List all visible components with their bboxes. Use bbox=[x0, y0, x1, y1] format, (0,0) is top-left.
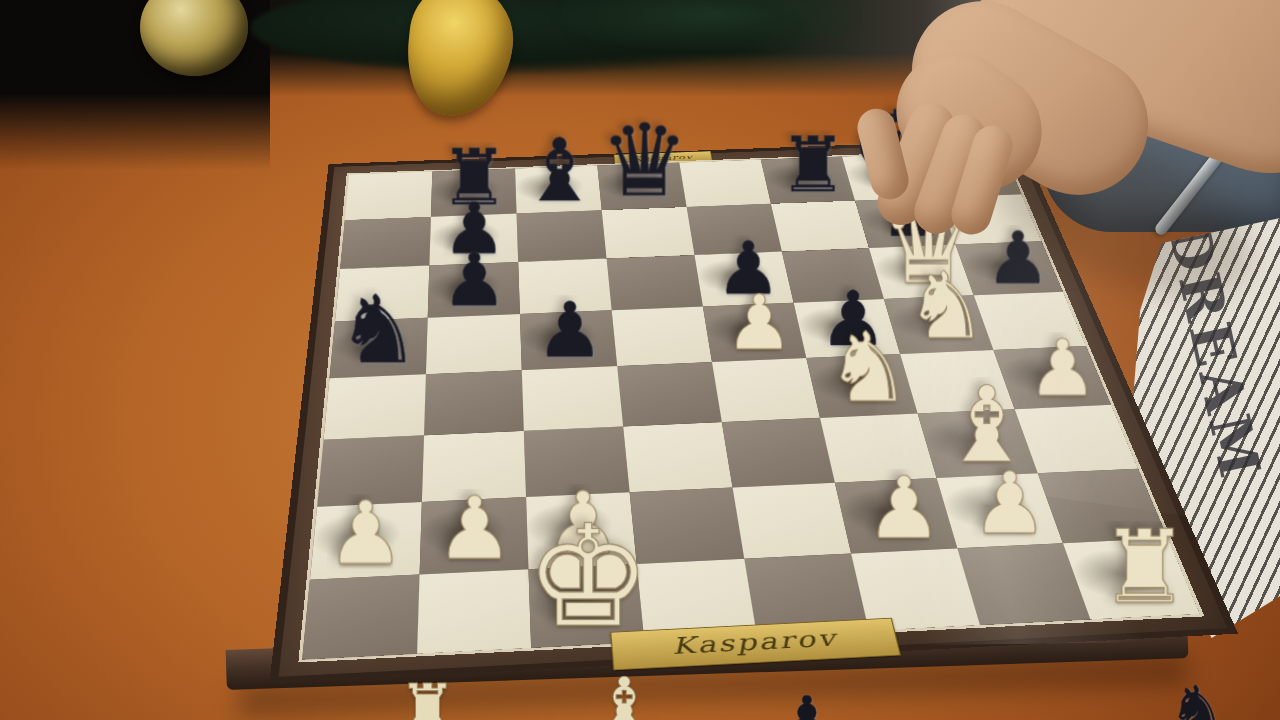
square-a1 bbox=[302, 574, 419, 659]
square-d6 bbox=[607, 255, 703, 310]
piece-black-pawn-b6: ♟ bbox=[441, 246, 507, 314]
piece-black-knight-a5: ♞ bbox=[336, 288, 420, 374]
square-d8: ♛ bbox=[597, 162, 686, 210]
square-f8: ♜ bbox=[761, 157, 855, 204]
piece-black-bishop-c8: ♝ bbox=[520, 130, 598, 210]
captured-black-knight: ♞ bbox=[1168, 678, 1227, 720]
square-e5: ♟ bbox=[703, 303, 806, 362]
piece-black-queen-d8: ♛ bbox=[599, 115, 689, 207]
piece-black-pawn-c5: ♟ bbox=[535, 296, 603, 366]
piece-white-pawn-b2: ♟ bbox=[435, 489, 513, 569]
square-e4 bbox=[712, 358, 820, 422]
square-c8: ♝ bbox=[515, 166, 602, 214]
square-e2 bbox=[733, 483, 852, 559]
square-a8 bbox=[345, 172, 433, 221]
square-f2: ♟ bbox=[835, 478, 957, 553]
captured-white-rook: ♜ bbox=[398, 676, 457, 720]
square-e8 bbox=[679, 159, 771, 207]
square-b2: ♟ bbox=[420, 497, 529, 574]
square-c1: ♚ bbox=[528, 564, 644, 648]
square-a5: ♞ bbox=[329, 318, 427, 379]
square-c5: ♟ bbox=[520, 310, 617, 370]
square-b4 bbox=[424, 370, 524, 435]
piece-white-pawn-a2: ♟ bbox=[326, 494, 404, 574]
piece-white-rook-h1: ♜ bbox=[1099, 521, 1189, 614]
square-b1 bbox=[417, 569, 531, 654]
square-a2: ♟ bbox=[310, 502, 422, 580]
square-b5 bbox=[426, 314, 522, 374]
square-e3 bbox=[722, 418, 835, 488]
square-c7 bbox=[517, 210, 607, 262]
piece-black-rook-f8: ♜ bbox=[778, 130, 847, 200]
square-d4 bbox=[617, 362, 722, 427]
square-g1 bbox=[957, 543, 1090, 625]
square-g2: ♟ bbox=[937, 473, 1063, 548]
square-b6: ♟ bbox=[428, 262, 520, 318]
square-a7 bbox=[340, 217, 431, 269]
piece-white-pawn-e5: ♟ bbox=[725, 288, 793, 358]
captured-white-bishop: ♝ bbox=[592, 668, 657, 720]
piece-white-king-c1: ♚ bbox=[525, 512, 651, 641]
piece-white-knight-g5: ♞ bbox=[905, 265, 988, 350]
square-d3 bbox=[623, 422, 732, 492]
square-d7 bbox=[602, 207, 695, 258]
square-c4 bbox=[522, 366, 623, 431]
square-h1: ♜ bbox=[1063, 538, 1200, 619]
piece-white-pawn-h4: ♟ bbox=[1027, 332, 1097, 404]
square-f7 bbox=[771, 201, 869, 252]
piece-white-pawn-g2: ♟ bbox=[971, 464, 1048, 543]
square-f4: ♞ bbox=[806, 354, 917, 418]
square-d5 bbox=[612, 306, 712, 366]
captured-black-pawn: ♟ bbox=[780, 688, 834, 720]
piece-white-knight-f4: ♞ bbox=[825, 324, 911, 413]
piece-white-pawn-f2: ♟ bbox=[865, 469, 942, 548]
square-a4 bbox=[324, 374, 426, 440]
